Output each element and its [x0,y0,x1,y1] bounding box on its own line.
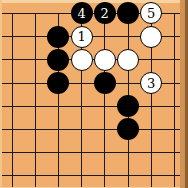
black-stone [117,118,139,140]
move-1-stone-white: 1 [71,26,93,48]
move-2-stone-black: 2 [94,2,116,24]
move-5-stone-white: 5 [140,2,162,24]
black-stone [47,49,69,71]
move-4-stone-black: 4 [71,2,93,24]
black-stone [47,26,69,48]
stone-grid: 42513 [0,2,186,188]
move-3-stone-white: 3 [140,72,162,94]
white-stone [71,49,93,71]
go-board: 42513 [0,0,188,188]
black-stone [117,95,139,117]
black-stone [94,72,116,94]
white-stone [140,26,162,48]
black-stone [47,72,69,94]
white-stone [117,49,139,71]
board-frame-right-outer [185,0,188,188]
white-stone [94,49,116,71]
black-stone [117,2,139,24]
